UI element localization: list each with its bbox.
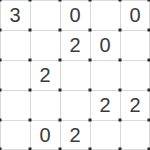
cell-r1c2[interactable] — [30, 0, 60, 30]
cell-r4c5[interactable]: 2 — [120, 90, 150, 120]
cell-r2c2[interactable] — [30, 30, 60, 60]
cell-r1c4[interactable] — [90, 0, 120, 30]
cell-r5c5[interactable] — [120, 120, 150, 150]
cell-r3c2[interactable]: 2 — [30, 60, 60, 90]
cell-r5c1[interactable] — [0, 120, 30, 150]
cell-r3c5[interactable] — [120, 60, 150, 90]
cell-r2c1[interactable] — [0, 30, 30, 60]
cell-r2c5[interactable] — [120, 30, 150, 60]
cell-r1c3[interactable]: 0 — [60, 0, 90, 30]
cell-r2c4[interactable]: 0 — [90, 30, 120, 60]
cell-r5c3[interactable]: 2 — [60, 120, 90, 150]
cell-r4c2[interactable] — [30, 90, 60, 120]
cell-r4c3[interactable] — [60, 90, 90, 120]
cell-r3c1[interactable] — [0, 60, 30, 90]
cell-r1c5[interactable]: 0 — [120, 0, 150, 30]
cell-r3c3[interactable] — [60, 60, 90, 90]
clue-grid[interactable]: 3 0 0 2 0 2 2 2 0 2 — [0, 0, 150, 150]
cell-r2c3[interactable]: 2 — [60, 30, 90, 60]
slitherlink-board[interactable]: 3 0 0 2 0 2 2 2 0 2 — [0, 0, 150, 150]
cell-r4c4[interactable]: 2 — [90, 90, 120, 120]
cell-r5c4[interactable] — [90, 120, 120, 150]
cell-r4c1[interactable] — [0, 90, 30, 120]
cell-r5c2[interactable]: 0 — [30, 120, 60, 150]
cell-r1c1[interactable]: 3 — [0, 0, 30, 30]
cell-r3c4[interactable] — [90, 60, 120, 90]
